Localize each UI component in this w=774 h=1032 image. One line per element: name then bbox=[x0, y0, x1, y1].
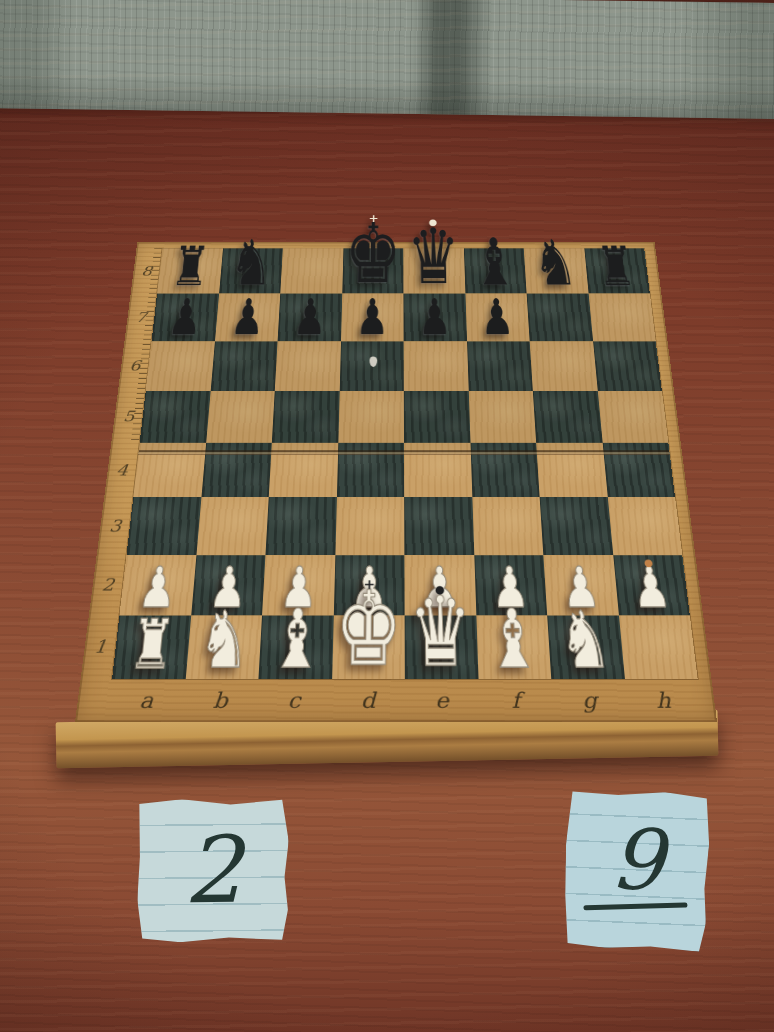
square-e6 bbox=[404, 341, 469, 391]
square-d3 bbox=[335, 497, 404, 554]
white-knight-b1: ♞ bbox=[196, 603, 253, 678]
black-knight-g8: ♞ bbox=[531, 234, 579, 293]
square-h5 bbox=[597, 391, 668, 443]
square-c6 bbox=[275, 341, 341, 391]
white-queen-finial: ● bbox=[435, 583, 445, 594]
square-d7: ♟ bbox=[341, 294, 404, 341]
black-rook-a8: ♜ bbox=[169, 242, 212, 294]
square-f1: ♝ bbox=[476, 615, 551, 679]
square-d6 bbox=[339, 341, 404, 391]
square-e1: ♛● bbox=[405, 615, 478, 679]
square-g3 bbox=[540, 497, 613, 554]
note-paper-left: 2 bbox=[136, 798, 289, 943]
square-a1: ♜ bbox=[112, 615, 191, 679]
black-pawn-c7: ♟ bbox=[292, 294, 327, 341]
white-pawn-finial: ● bbox=[643, 558, 653, 568]
square-h7 bbox=[588, 294, 655, 341]
square-f3 bbox=[472, 497, 543, 554]
square-h6 bbox=[593, 341, 662, 391]
black-king-finial: + bbox=[368, 213, 378, 224]
paint-chip-mark bbox=[369, 357, 377, 367]
file-label-a: a bbox=[107, 679, 185, 722]
black-queen-finial: ● bbox=[429, 218, 438, 227]
white-pawn-h2: ♟● bbox=[630, 561, 673, 614]
black-pawn-b7: ♟ bbox=[229, 294, 265, 341]
square-b5 bbox=[206, 391, 275, 443]
board-hinge-seam bbox=[138, 450, 670, 455]
square-a3 bbox=[127, 497, 201, 554]
black-rook-h8: ♜ bbox=[595, 242, 638, 294]
board-grid: ♜♞♚+♛●♝♞♜♟♟♟♟♟♟♟♟♟♟♟♟♟♟●♜♞♝♚+♛●♝♞ bbox=[112, 248, 698, 679]
square-b6 bbox=[210, 341, 277, 391]
white-rook-a1: ♜ bbox=[126, 613, 177, 678]
note-paper-right: 9 bbox=[562, 788, 711, 952]
square-b1: ♞ bbox=[185, 615, 262, 679]
square-g7 bbox=[527, 294, 593, 341]
black-pawn-e7: ♟ bbox=[418, 294, 452, 341]
black-pawn-f7: ♟ bbox=[480, 294, 515, 341]
square-c1: ♝ bbox=[258, 615, 333, 679]
square-g6 bbox=[530, 341, 598, 391]
square-f7: ♟ bbox=[465, 294, 530, 341]
white-knight-g1: ♞ bbox=[557, 603, 614, 678]
black-king-d8: ♚+ bbox=[344, 215, 402, 293]
square-f5 bbox=[468, 391, 536, 443]
white-king-d1: ♚+ bbox=[334, 580, 403, 678]
square-b8: ♞ bbox=[219, 248, 283, 293]
square-h3 bbox=[607, 497, 682, 554]
square-c7: ♟ bbox=[278, 294, 342, 341]
square-a5 bbox=[140, 391, 211, 443]
black-knight-b8: ♞ bbox=[228, 234, 275, 293]
digit-underline bbox=[583, 902, 687, 910]
square-f6 bbox=[467, 341, 533, 391]
square-c8 bbox=[280, 248, 343, 293]
square-h8: ♜ bbox=[584, 248, 650, 293]
white-bishop-f1: ♝ bbox=[485, 601, 542, 678]
wall-panel bbox=[0, 0, 774, 119]
black-queen-e8: ♛● bbox=[407, 220, 461, 293]
square-h2: ♟● bbox=[613, 555, 690, 615]
square-b3 bbox=[196, 497, 269, 554]
square-c3 bbox=[265, 497, 336, 554]
square-a8: ♜ bbox=[157, 248, 223, 293]
handwritten-digit-right: 9 bbox=[608, 816, 665, 902]
square-e5 bbox=[404, 391, 470, 443]
handwritten-digit-left: 2 bbox=[183, 824, 243, 917]
square-d5 bbox=[338, 391, 404, 443]
square-e3 bbox=[404, 497, 474, 554]
square-g5 bbox=[533, 391, 602, 443]
chess-board: 87654321 ♜♞♚+♛●♝♞♜♟♟♟♟♟♟♟♟♟♟♟♟♟♟●♜♞♝♚+♛●… bbox=[75, 242, 717, 722]
black-pawn-a7: ♟ bbox=[166, 294, 204, 341]
square-a7: ♟ bbox=[152, 294, 219, 341]
square-e7: ♟ bbox=[403, 294, 466, 341]
square-d8: ♚+ bbox=[342, 248, 404, 293]
white-queen-e1: ♛● bbox=[409, 586, 474, 678]
square-a6 bbox=[146, 341, 215, 391]
square-c5 bbox=[272, 391, 339, 443]
square-g8: ♞ bbox=[524, 248, 588, 293]
square-d1: ♚+ bbox=[332, 615, 405, 679]
square-b7: ♟ bbox=[215, 294, 281, 341]
photo-scene: { "game": "chess", "scene": { "wall_colo… bbox=[0, 0, 774, 1032]
file-label-h: h bbox=[624, 679, 703, 722]
square-f8: ♝ bbox=[463, 248, 526, 293]
square-e8: ♛● bbox=[403, 248, 465, 293]
black-bishop-f8: ♝ bbox=[471, 232, 519, 293]
white-bishop-c1: ♝ bbox=[268, 601, 324, 678]
white-king-finial: + bbox=[363, 578, 375, 592]
square-h1 bbox=[618, 615, 697, 679]
square-g1: ♞ bbox=[547, 615, 624, 679]
black-pawn-d7: ♟ bbox=[355, 294, 389, 341]
